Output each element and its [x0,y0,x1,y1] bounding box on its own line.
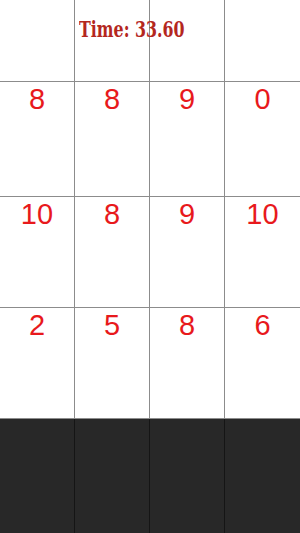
tile-number-label: 10 [246,197,278,229]
tile-number[interactable]: 9 [150,82,225,196]
tile-number[interactable]: 10 [225,197,300,307]
tile-row-3: 10 8 9 10 [0,196,300,307]
tile-dark[interactable] [225,419,300,533]
tile-dark[interactable] [150,419,225,533]
tile-number-label: 8 [104,197,120,229]
tile-row-5 [0,418,300,533]
tile-number[interactable]: 8 [150,308,225,418]
tile-number-label: 8 [179,308,195,340]
tile-dark[interactable] [0,419,75,533]
tile-number-label: 8 [29,82,45,114]
tile-number[interactable]: 0 [225,82,300,196]
tile-number[interactable]: 8 [75,82,150,196]
tile-number-label: 10 [21,197,53,229]
tile-number-label: 0 [254,82,270,114]
tile-number[interactable]: 8 [75,197,150,307]
tile-number-label: 8 [104,82,120,114]
tile-number[interactable]: 6 [225,308,300,418]
tile-row-4: 2 5 8 6 [0,307,300,418]
tile-empty[interactable] [0,0,75,81]
tile-row-2: 8 8 9 0 [0,81,300,196]
tile-number[interactable]: 9 [150,197,225,307]
tile-number[interactable]: 2 [0,308,75,418]
tile-number-label: 5 [104,308,120,340]
tile-number[interactable]: 5 [75,308,150,418]
tile-number-label: 9 [179,197,195,229]
timer-label: Time: 33.60 [79,17,185,41]
tile-number-label: 2 [29,308,45,340]
game-screen: 8 8 9 0 10 8 9 10 2 5 8 [0,0,300,533]
tile-dark[interactable] [75,419,150,533]
tile-number-label: 6 [254,308,270,340]
tile-number[interactable]: 8 [0,82,75,196]
tile-number[interactable]: 10 [0,197,75,307]
tile-number-label: 9 [179,82,195,114]
tile-empty[interactable] [225,0,300,81]
